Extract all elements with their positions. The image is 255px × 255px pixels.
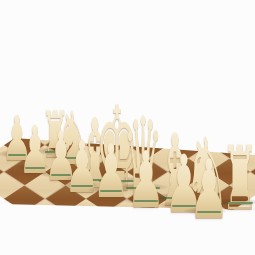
pieces-layer: ♟♟♟♟♟♟♟♟♜♞♝♚♛♝♞♜ — [0, 0, 255, 255]
piece-white-pawn-a2[interactable]: ♟ — [189, 149, 229, 231]
piece-felt-base — [100, 190, 122, 192]
piece-felt-base — [134, 200, 157, 202]
piece-felt-base — [25, 167, 45, 169]
piece-felt-base — [227, 202, 253, 204]
chess-set-photo: ♟♟♟♟♟♟♟♟♜♞♝♚♛♝♞♜ — [0, 0, 255, 255]
piece-felt-base — [71, 185, 93, 187]
piece-felt-base — [197, 211, 222, 213]
piece-white-pawn-c2[interactable]: ♟ — [127, 141, 165, 219]
